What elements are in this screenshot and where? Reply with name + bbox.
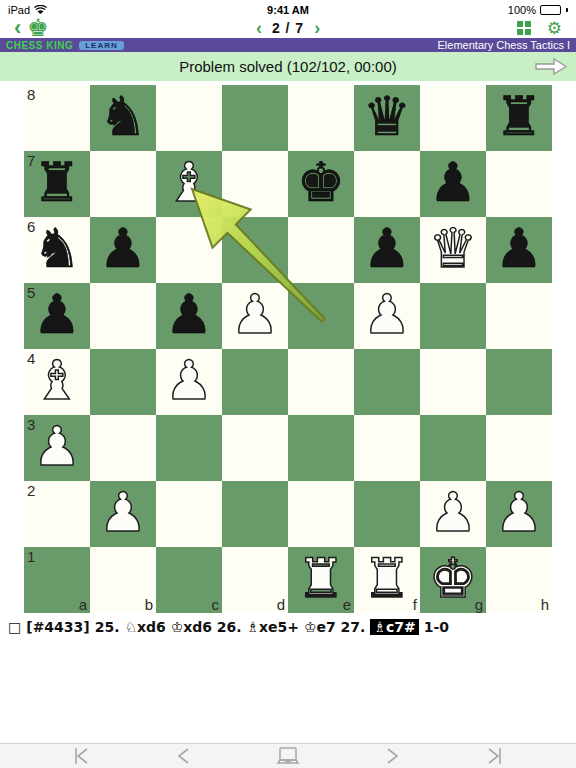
- square-e5[interactable]: [288, 283, 354, 349]
- black-pawn: ♟: [156, 283, 222, 349]
- rank-label: 8: [27, 86, 35, 103]
- clock: 9:41 AM: [0, 4, 576, 16]
- square-c2[interactable]: [156, 481, 222, 547]
- grid-menu-icon[interactable]: [517, 21, 531, 35]
- file-label: a: [79, 596, 87, 613]
- square-e4[interactable]: [288, 349, 354, 415]
- white-pawn: ♟: [486, 481, 552, 547]
- square-a6[interactable]: 6♞: [24, 217, 90, 283]
- square-a8[interactable]: 8: [24, 85, 90, 151]
- square-d4[interactable]: [222, 349, 288, 415]
- square-c1[interactable]: c: [156, 547, 222, 613]
- square-b1[interactable]: b: [90, 547, 156, 613]
- square-a3[interactable]: 3♟: [24, 415, 90, 481]
- square-c6[interactable]: [156, 217, 222, 283]
- rank-label: 7: [27, 152, 35, 169]
- square-e6[interactable]: [288, 217, 354, 283]
- file-label: g: [475, 596, 483, 613]
- square-e2[interactable]: [288, 481, 354, 547]
- move-list[interactable]: 25. ♘xd6 ♔xd6 26. ♗xe5+ ♔e7 27.: [95, 619, 366, 635]
- nav-bar: ‹ 2 / 7 › ‹ ♚ ⚙: [0, 18, 576, 38]
- black-rook: ♜: [486, 85, 552, 151]
- square-d7[interactable]: [222, 151, 288, 217]
- rank-label: 2: [27, 482, 35, 499]
- white-bishop: ♝: [156, 151, 222, 217]
- square-b2[interactable]: ♟: [90, 481, 156, 547]
- square-h3[interactable]: [486, 415, 552, 481]
- square-c3[interactable]: [156, 415, 222, 481]
- square-f5[interactable]: ♟: [354, 283, 420, 349]
- black-king: ♚: [288, 151, 354, 217]
- square-f4[interactable]: [354, 349, 420, 415]
- square-g3[interactable]: [420, 415, 486, 481]
- black-pawn: ♟: [354, 217, 420, 283]
- square-d2[interactable]: [222, 481, 288, 547]
- square-g1[interactable]: g♚: [420, 547, 486, 613]
- square-h1[interactable]: h: [486, 547, 552, 613]
- square-h2[interactable]: ♟: [486, 481, 552, 547]
- black-knight: ♞: [90, 85, 156, 151]
- square-e1[interactable]: e♜: [288, 547, 354, 613]
- white-pawn: ♟: [90, 481, 156, 547]
- square-f8[interactable]: ♛: [354, 85, 420, 151]
- turn-marker: □: [8, 619, 21, 635]
- square-d5[interactable]: ♟: [222, 283, 288, 349]
- file-label: b: [145, 596, 153, 613]
- square-a7[interactable]: 7♜: [24, 151, 90, 217]
- square-b5[interactable]: [90, 283, 156, 349]
- brand-bar: CHESS KING LEARN Elementary Chess Tactic…: [0, 38, 576, 52]
- gear-icon[interactable]: ⚙: [547, 20, 562, 37]
- white-pawn: ♟: [156, 349, 222, 415]
- square-h7[interactable]: [486, 151, 552, 217]
- chess-board[interactable]: 8♞♛♜7♜♝♚♟6♞♟♟♛♟5♟♟♟♟4♝♟3♟2♟♟♟1abcde♜f♜g♚…: [24, 85, 552, 613]
- rank-label: 1: [27, 548, 35, 565]
- rank-label: 5: [27, 284, 35, 301]
- current-move[interactable]: ♗c7#: [370, 619, 418, 635]
- status-bar: iPad 9:41 AM 100%: [0, 0, 576, 18]
- file-label: h: [541, 596, 549, 613]
- last-move-button[interactable]: [484, 745, 506, 767]
- problem-solved-banner: Problem solved (102/102, 00:00): [0, 52, 576, 81]
- white-rook: ♜: [354, 547, 420, 613]
- square-a5[interactable]: 5♟: [24, 283, 90, 349]
- prev-move-button[interactable]: [173, 745, 195, 767]
- file-label: d: [277, 596, 285, 613]
- white-pawn: ♟: [420, 481, 486, 547]
- board-view-icon[interactable]: [275, 745, 301, 767]
- square-c7[interactable]: ♝: [156, 151, 222, 217]
- learn-badge: LEARN: [79, 41, 124, 50]
- course-title: Elementary Chess Tactics I: [438, 39, 570, 51]
- square-h4[interactable]: [486, 349, 552, 415]
- square-b7[interactable]: [90, 151, 156, 217]
- square-c5[interactable]: ♟: [156, 283, 222, 349]
- square-b3[interactable]: [90, 415, 156, 481]
- square-h5[interactable]: [486, 283, 552, 349]
- black-pawn: ♟: [420, 151, 486, 217]
- next-arrow-icon[interactable]: [534, 57, 568, 76]
- square-d8[interactable]: [222, 85, 288, 151]
- square-g6[interactable]: ♛: [420, 217, 486, 283]
- playback-toolbar: [0, 743, 576, 768]
- problem-id: [#4433]: [26, 619, 90, 635]
- rank-label: 4: [27, 350, 35, 367]
- next-problem-button[interactable]: ›: [314, 18, 320, 39]
- square-f2[interactable]: [354, 481, 420, 547]
- first-move-button[interactable]: [70, 745, 92, 767]
- square-f6[interactable]: ♟: [354, 217, 420, 283]
- file-label: c: [212, 596, 220, 613]
- square-e7[interactable]: ♚: [288, 151, 354, 217]
- square-g7[interactable]: ♟: [420, 151, 486, 217]
- next-move-button[interactable]: [381, 745, 403, 767]
- game-result: 1-0: [424, 619, 449, 635]
- square-c4[interactable]: ♟: [156, 349, 222, 415]
- square-d1[interactable]: d: [222, 547, 288, 613]
- square-g4[interactable]: [420, 349, 486, 415]
- square-g5[interactable]: [420, 283, 486, 349]
- file-label: e: [343, 596, 351, 613]
- banner-message: Problem solved (102/102, 00:00): [179, 58, 397, 75]
- square-b6[interactable]: ♟: [90, 217, 156, 283]
- white-pawn: ♟: [354, 283, 420, 349]
- square-a4[interactable]: 4♝: [24, 349, 90, 415]
- notation-bar[interactable]: □ [#4433] 25. ♘xd6 ♔xd6 26. ♗xe5+ ♔e7 27…: [0, 613, 576, 641]
- black-pawn: ♟: [486, 217, 552, 283]
- rank-label: 3: [27, 416, 35, 433]
- content-spacer: [0, 641, 576, 741]
- square-c8[interactable]: [156, 85, 222, 151]
- square-h8[interactable]: ♜: [486, 85, 552, 151]
- square-f1[interactable]: f♜: [354, 547, 420, 613]
- white-pawn: ♟: [222, 283, 288, 349]
- prev-problem-button[interactable]: ‹: [256, 18, 262, 39]
- problem-counter: 2 / 7: [272, 20, 304, 36]
- black-queen: ♛: [354, 85, 420, 151]
- white-queen: ♛: [420, 217, 486, 283]
- square-g2[interactable]: ♟: [420, 481, 486, 547]
- square-f7[interactable]: [354, 151, 420, 217]
- black-pawn: ♟: [90, 217, 156, 283]
- square-f3[interactable]: [354, 415, 420, 481]
- square-a1[interactable]: 1a: [24, 547, 90, 613]
- file-label: f: [413, 596, 417, 613]
- square-b8[interactable]: ♞: [90, 85, 156, 151]
- square-g8[interactable]: [420, 85, 486, 151]
- square-b4[interactable]: [90, 349, 156, 415]
- square-d6[interactable]: [222, 217, 288, 283]
- square-e3[interactable]: [288, 415, 354, 481]
- square-h6[interactable]: ♟: [486, 217, 552, 283]
- rank-label: 6: [27, 218, 35, 235]
- battery-icon: [540, 5, 561, 15]
- square-a2[interactable]: 2: [24, 481, 90, 547]
- square-e8[interactable]: [288, 85, 354, 151]
- square-d3[interactable]: [222, 415, 288, 481]
- board-area: 8♞♛♜7♜♝♚♟6♞♟♟♛♟5♟♟♟♟4♝♟3♟2♟♟♟1abcde♜f♜g♚…: [24, 85, 552, 613]
